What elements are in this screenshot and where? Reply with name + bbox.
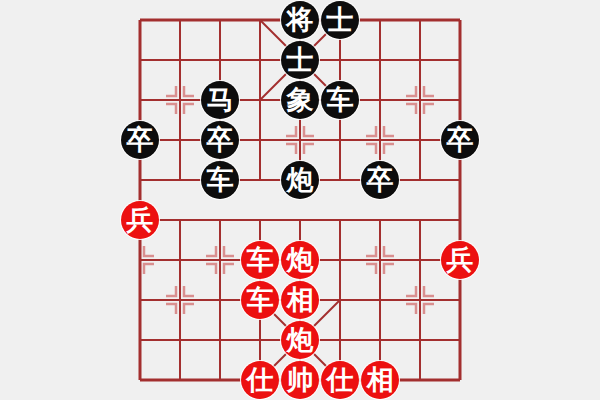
piece-black-general[interactable]: 将 [281,1,319,39]
piece-red-cannon[interactable]: 炮 [281,321,319,359]
piece-black-soldier[interactable]: 卒 [441,121,479,159]
piece-black-cannon[interactable]: 炮 [281,161,319,199]
piece-black-soldier[interactable]: 卒 [121,121,159,159]
piece-red-cannon[interactable]: 炮 [281,241,319,279]
piece-black-soldier[interactable]: 卒 [201,121,239,159]
piece-black-chariot[interactable]: 车 [321,81,359,119]
piece-red-advisor[interactable]: 仕 [321,361,359,399]
piece-red-chariot[interactable]: 车 [241,241,279,279]
piece-black-horse[interactable]: 马 [201,81,239,119]
xiangqi-board: 将士士马象车卒卒卒车炮卒兵车炮兵车相炮仕帅仕相 [0,0,600,400]
piece-red-soldier[interactable]: 兵 [121,201,159,239]
piece-black-advisor[interactable]: 士 [281,41,319,79]
piece-red-elephant[interactable]: 相 [281,281,319,319]
piece-grid: 将士士马象车卒卒卒车炮卒兵车炮兵车相炮仕帅仕相 [120,0,480,400]
piece-black-soldier[interactable]: 卒 [361,161,399,199]
piece-black-elephant[interactable]: 象 [281,81,319,119]
piece-red-advisor[interactable]: 仕 [241,361,279,399]
piece-red-general[interactable]: 帅 [281,361,319,399]
piece-black-chariot[interactable]: 车 [201,161,239,199]
piece-red-chariot[interactable]: 车 [241,281,279,319]
piece-black-advisor[interactable]: 士 [321,1,359,39]
piece-red-elephant[interactable]: 相 [361,361,399,399]
piece-red-soldier[interactable]: 兵 [441,241,479,279]
